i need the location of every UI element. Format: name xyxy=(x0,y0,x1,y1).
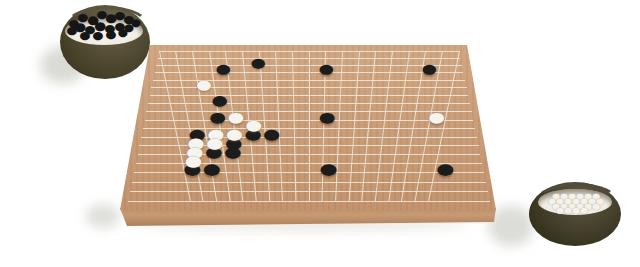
white-stone[interactable]: ● xyxy=(428,110,445,124)
white-stone[interactable]: ● xyxy=(206,135,223,150)
board-corner-shadow xyxy=(86,204,120,228)
go-scene: ●●●●●●●●●●●●●●●●●●●●●●●●●●● ●●●●●●●●●●●●… xyxy=(0,0,640,267)
white-stone[interactable]: ● xyxy=(196,78,212,92)
black-stone[interactable]: ● xyxy=(436,162,454,177)
black-stone[interactable]: ● xyxy=(250,56,265,69)
white-stone[interactable]: ● xyxy=(245,118,262,132)
black-stone[interactable]: ● xyxy=(318,63,334,76)
black-stone[interactable]: ● xyxy=(319,162,337,177)
black-stone-bowl[interactable]: ●●●●●●●●●●●●●●●●●●● xyxy=(60,5,150,79)
black-stone[interactable]: ● xyxy=(209,110,226,124)
bowl-stone: ● xyxy=(79,29,90,40)
black-stone[interactable]: ● xyxy=(224,144,242,159)
bowl-stone: ● xyxy=(92,29,103,40)
white-stone[interactable]: ● xyxy=(226,127,243,142)
black-stone[interactable]: ● xyxy=(215,63,231,76)
black-stone[interactable]: ● xyxy=(211,94,227,108)
white-stone[interactable]: ● xyxy=(185,153,203,168)
black-stone[interactable]: ● xyxy=(263,127,280,142)
white-stone-bowl[interactable]: ●●●●●●●●●●●●●●●●●●●●●●● xyxy=(529,182,621,246)
black-stone[interactable]: ● xyxy=(203,162,221,177)
bowl-stone: ● xyxy=(592,202,601,211)
white-stone[interactable]: ● xyxy=(228,110,245,124)
black-stone[interactable]: ● xyxy=(421,63,437,76)
bowl-stone: ● xyxy=(105,28,116,39)
white-stones-pile: ●●●●●●●●●●●●●●●●●●●●●●● xyxy=(538,189,612,215)
black-stone[interactable]: ● xyxy=(319,110,336,124)
black-stones-pile: ●●●●●●●●●●●●●●●●●●● xyxy=(65,7,143,47)
bowl-stone: ● xyxy=(118,28,128,38)
grid-line-vertical xyxy=(309,51,310,201)
bowl-stone: ● xyxy=(580,206,589,215)
